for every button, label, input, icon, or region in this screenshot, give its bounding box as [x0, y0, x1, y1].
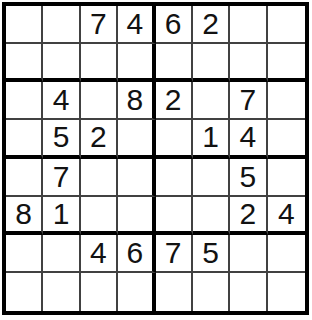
cell-r4c5[interactable] — [156, 120, 193, 158]
cell-r6c3[interactable] — [81, 197, 118, 235]
cell-r7c6[interactable]: 5 — [193, 235, 230, 273]
cell-r8c4[interactable] — [118, 273, 155, 311]
cell-r5c6[interactable] — [193, 159, 230, 197]
cell-r1c8[interactable] — [268, 6, 305, 44]
cell-r2c3[interactable] — [81, 44, 118, 82]
cell-r3c1[interactable] — [6, 82, 43, 120]
cell-r1c3[interactable]: 7 — [81, 6, 118, 44]
cell-r6c1[interactable]: 8 — [6, 197, 43, 235]
cell-r4c7[interactable]: 4 — [230, 120, 267, 158]
cell-r7c2[interactable] — [43, 235, 80, 273]
cell-r6c8[interactable]: 4 — [268, 197, 305, 235]
cell-r5c2[interactable]: 7 — [43, 159, 80, 197]
cell-r3c8[interactable] — [268, 82, 305, 120]
cell-r5c1[interactable] — [6, 159, 43, 197]
cell-r1c4[interactable]: 4 — [118, 6, 155, 44]
cell-r5c3[interactable] — [81, 159, 118, 197]
cell-r6c5[interactable] — [156, 197, 193, 235]
cell-r8c7[interactable] — [230, 273, 267, 311]
cell-r7c1[interactable] — [6, 235, 43, 273]
cell-r1c7[interactable] — [230, 6, 267, 44]
cell-r4c6[interactable]: 1 — [193, 120, 230, 158]
cell-r1c5[interactable]: 6 — [156, 6, 193, 44]
cell-r6c2[interactable]: 1 — [43, 197, 80, 235]
cell-r2c4[interactable] — [118, 44, 155, 82]
cell-r8c3[interactable] — [81, 273, 118, 311]
cell-r3c6[interactable] — [193, 82, 230, 120]
cell-r1c6[interactable]: 2 — [193, 6, 230, 44]
cell-r5c4[interactable] — [118, 159, 155, 197]
cell-r6c4[interactable] — [118, 197, 155, 235]
cell-r6c7[interactable]: 2 — [230, 197, 267, 235]
cell-r8c1[interactable] — [6, 273, 43, 311]
cell-r1c2[interactable] — [43, 6, 80, 44]
cell-r2c8[interactable] — [268, 44, 305, 82]
cell-r2c2[interactable] — [43, 44, 80, 82]
cell-r7c8[interactable] — [268, 235, 305, 273]
cell-r3c7[interactable]: 7 — [230, 82, 267, 120]
cell-r2c7[interactable] — [230, 44, 267, 82]
cell-r7c7[interactable] — [230, 235, 267, 273]
cell-r5c5[interactable] — [156, 159, 193, 197]
cell-r5c8[interactable] — [268, 159, 305, 197]
cell-r6c6[interactable] — [193, 197, 230, 235]
cell-r8c8[interactable] — [268, 273, 305, 311]
cell-r4c2[interactable]: 5 — [43, 120, 80, 158]
cell-r7c4[interactable]: 6 — [118, 235, 155, 273]
cell-r2c5[interactable] — [156, 44, 193, 82]
cell-r3c3[interactable] — [81, 82, 118, 120]
cell-r3c2[interactable]: 4 — [43, 82, 80, 120]
cell-r3c5[interactable]: 2 — [156, 82, 193, 120]
cell-r4c3[interactable]: 2 — [81, 120, 118, 158]
cell-r2c6[interactable] — [193, 44, 230, 82]
cell-r2c1[interactable] — [6, 44, 43, 82]
cell-r4c1[interactable] — [6, 120, 43, 158]
cell-r1c1[interactable] — [6, 6, 43, 44]
cell-r7c3[interactable]: 4 — [81, 235, 118, 273]
cell-r4c8[interactable] — [268, 120, 305, 158]
cell-r8c5[interactable] — [156, 273, 193, 311]
sudoku-page: 7462482752147581244675 — [0, 0, 312, 320]
cell-r7c5[interactable]: 7 — [156, 235, 193, 273]
sudoku-board: 7462482752147581244675 — [2, 2, 309, 315]
cell-r5c7[interactable]: 5 — [230, 159, 267, 197]
cell-r8c6[interactable] — [193, 273, 230, 311]
cell-r4c4[interactable] — [118, 120, 155, 158]
cell-r3c4[interactable]: 8 — [118, 82, 155, 120]
cell-r8c2[interactable] — [43, 273, 80, 311]
